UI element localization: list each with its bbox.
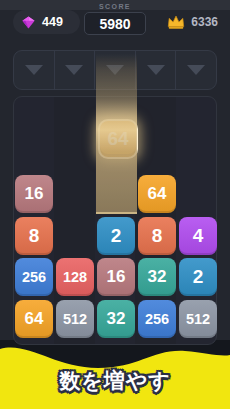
drop-column-5-button[interactable]: [176, 51, 216, 89]
tile-16: 16: [15, 175, 53, 213]
gem-count: 449: [42, 15, 63, 29]
arrow-down-icon: [65, 65, 83, 75]
crown-counter[interactable]: 6336: [166, 10, 218, 34]
tile-8: 8: [15, 217, 53, 255]
crown-count: 6336: [191, 15, 218, 29]
drop-column-2-button[interactable]: [55, 51, 96, 89]
tile-8: 8: [138, 217, 176, 255]
drop-column-1-button[interactable]: [14, 51, 55, 89]
tile-2: 2: [179, 258, 217, 296]
tile-2: 2: [97, 217, 135, 255]
gem-counter[interactable]: 449: [13, 10, 80, 34]
tile-64: 64: [15, 300, 53, 338]
crown-icon: [166, 14, 186, 30]
banner-text: 数を増やす: [0, 367, 230, 395]
score-value: 5980: [99, 16, 130, 32]
arrow-down-icon: [147, 65, 165, 75]
tile-512: 512: [179, 300, 217, 338]
drop-beam-highlight: [96, 54, 137, 214]
score-label: SCORE: [0, 3, 230, 10]
tile-64: 64: [138, 175, 176, 213]
arrow-down-icon: [187, 65, 205, 75]
tile-256: 256: [138, 300, 176, 338]
tile-16: 16: [97, 258, 135, 296]
score-value-box: 5980: [84, 12, 146, 35]
arrow-down-icon: [25, 65, 43, 75]
tile-4: 4: [179, 217, 217, 255]
gem-icon: [21, 15, 36, 30]
tile-32: 32: [138, 258, 176, 296]
tile-32: 32: [97, 300, 135, 338]
tile-256: 256: [15, 258, 53, 296]
tile-512: 512: [56, 300, 94, 338]
drop-column-4-button[interactable]: [136, 51, 177, 89]
tile-128: 128: [56, 258, 94, 296]
